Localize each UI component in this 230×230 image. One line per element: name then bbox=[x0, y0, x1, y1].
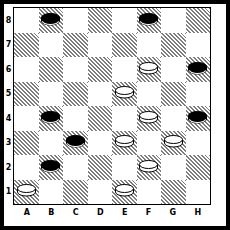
square-h2[interactable] bbox=[186, 155, 211, 180]
rank-label-7: 7 bbox=[6, 41, 12, 49]
square-c5[interactable] bbox=[63, 82, 88, 107]
square-c6[interactable] bbox=[63, 57, 88, 82]
square-e5[interactable] bbox=[112, 82, 137, 107]
square-h7[interactable] bbox=[186, 33, 211, 58]
black-man-icon bbox=[40, 110, 61, 125]
black-man[interactable] bbox=[187, 112, 208, 125]
file-label-e: E bbox=[122, 209, 127, 217]
square-e8[interactable] bbox=[112, 8, 137, 33]
square-e6[interactable] bbox=[112, 57, 137, 82]
square-d5[interactable] bbox=[88, 82, 113, 107]
white-man-icon bbox=[114, 134, 135, 149]
black-man-icon bbox=[40, 159, 61, 174]
black-man[interactable] bbox=[187, 63, 208, 76]
white-man[interactable] bbox=[114, 136, 135, 149]
white-man[interactable] bbox=[163, 136, 184, 149]
square-f7[interactable] bbox=[137, 33, 162, 58]
square-f2[interactable] bbox=[137, 155, 162, 180]
square-a8[interactable] bbox=[14, 8, 39, 33]
square-f8[interactable] bbox=[137, 8, 162, 33]
black-man[interactable] bbox=[40, 112, 61, 125]
square-e2[interactable] bbox=[112, 155, 137, 180]
square-b1[interactable] bbox=[39, 180, 64, 205]
square-d4[interactable] bbox=[88, 106, 113, 131]
file-label-c: C bbox=[73, 209, 79, 217]
square-d8[interactable] bbox=[88, 8, 113, 33]
rank-labels: 87654321 bbox=[4, 9, 13, 205]
file-label-a: A bbox=[24, 209, 30, 217]
white-man[interactable] bbox=[138, 161, 159, 174]
white-man[interactable] bbox=[138, 112, 159, 125]
file-labels: ABCDEFGH bbox=[15, 207, 211, 219]
square-b7[interactable] bbox=[39, 33, 64, 58]
square-h6[interactable] bbox=[186, 57, 211, 82]
square-c4[interactable] bbox=[63, 106, 88, 131]
black-man-icon bbox=[65, 134, 86, 149]
rank-label-3: 3 bbox=[6, 139, 12, 147]
square-a2[interactable] bbox=[14, 155, 39, 180]
square-c1[interactable] bbox=[63, 180, 88, 205]
white-man-icon bbox=[138, 61, 159, 76]
square-g5[interactable] bbox=[161, 82, 186, 107]
square-c8[interactable] bbox=[63, 8, 88, 33]
black-man[interactable] bbox=[138, 14, 159, 27]
square-g4[interactable] bbox=[161, 106, 186, 131]
square-g2[interactable] bbox=[161, 155, 186, 180]
square-d3[interactable] bbox=[88, 131, 113, 156]
square-g8[interactable] bbox=[161, 8, 186, 33]
white-man-icon bbox=[16, 183, 37, 198]
file-label-f: F bbox=[146, 209, 151, 217]
square-a3[interactable] bbox=[14, 131, 39, 156]
square-e3[interactable] bbox=[112, 131, 137, 156]
rank-label-4: 4 bbox=[6, 115, 12, 123]
square-b4[interactable] bbox=[39, 106, 64, 131]
square-g7[interactable] bbox=[161, 33, 186, 58]
square-f3[interactable] bbox=[137, 131, 162, 156]
white-man[interactable] bbox=[114, 87, 135, 100]
rank-label-5: 5 bbox=[6, 90, 12, 98]
square-f5[interactable] bbox=[137, 82, 162, 107]
black-man[interactable] bbox=[40, 161, 61, 174]
square-h4[interactable] bbox=[186, 106, 211, 131]
black-man-icon bbox=[138, 12, 159, 27]
square-d1[interactable] bbox=[88, 180, 113, 205]
square-h3[interactable] bbox=[186, 131, 211, 156]
square-b3[interactable] bbox=[39, 131, 64, 156]
white-man-icon bbox=[114, 183, 135, 198]
square-c3[interactable] bbox=[63, 131, 88, 156]
file-label-g: G bbox=[170, 209, 177, 217]
square-a7[interactable] bbox=[14, 33, 39, 58]
white-man-icon bbox=[114, 85, 135, 100]
rank-label-1: 1 bbox=[6, 188, 12, 196]
board bbox=[13, 7, 211, 205]
square-e1[interactable] bbox=[112, 180, 137, 205]
white-man-icon bbox=[163, 134, 184, 149]
square-b2[interactable] bbox=[39, 155, 64, 180]
square-d6[interactable] bbox=[88, 57, 113, 82]
black-man-icon bbox=[187, 110, 208, 125]
file-label-h: H bbox=[195, 209, 202, 217]
black-man-icon bbox=[40, 12, 61, 27]
square-a6[interactable] bbox=[14, 57, 39, 82]
square-c2[interactable] bbox=[63, 155, 88, 180]
square-f6[interactable] bbox=[137, 57, 162, 82]
square-d2[interactable] bbox=[88, 155, 113, 180]
square-h5[interactable] bbox=[186, 82, 211, 107]
file-label-b: B bbox=[48, 209, 54, 217]
square-e7[interactable] bbox=[112, 33, 137, 58]
white-man[interactable] bbox=[138, 63, 159, 76]
rank-label-6: 6 bbox=[6, 66, 12, 74]
white-man-icon bbox=[138, 110, 159, 125]
square-e4[interactable] bbox=[112, 106, 137, 131]
rank-label-2: 2 bbox=[6, 164, 12, 172]
square-a5[interactable] bbox=[14, 82, 39, 107]
black-man-icon bbox=[187, 61, 208, 76]
square-f4[interactable] bbox=[137, 106, 162, 131]
square-b6[interactable] bbox=[39, 57, 64, 82]
square-c7[interactable] bbox=[63, 33, 88, 58]
black-man[interactable] bbox=[40, 14, 61, 27]
square-a1[interactable] bbox=[14, 180, 39, 205]
white-man[interactable] bbox=[114, 185, 135, 198]
square-d7[interactable] bbox=[88, 33, 113, 58]
black-man[interactable] bbox=[65, 136, 86, 149]
square-a4[interactable] bbox=[14, 106, 39, 131]
white-man-icon bbox=[138, 159, 159, 174]
square-b8[interactable] bbox=[39, 8, 64, 33]
square-g6[interactable] bbox=[161, 57, 186, 82]
square-b5[interactable] bbox=[39, 82, 64, 107]
rank-label-8: 8 bbox=[6, 17, 12, 25]
square-h8[interactable] bbox=[186, 8, 211, 33]
checkers-diagram: 87654321 ABCDEFGH bbox=[0, 0, 230, 230]
square-f1[interactable] bbox=[137, 180, 162, 205]
square-g1[interactable] bbox=[161, 180, 186, 205]
file-label-d: D bbox=[97, 209, 104, 217]
square-g3[interactable] bbox=[161, 131, 186, 156]
white-man[interactable] bbox=[16, 185, 37, 198]
square-h1[interactable] bbox=[186, 180, 211, 205]
